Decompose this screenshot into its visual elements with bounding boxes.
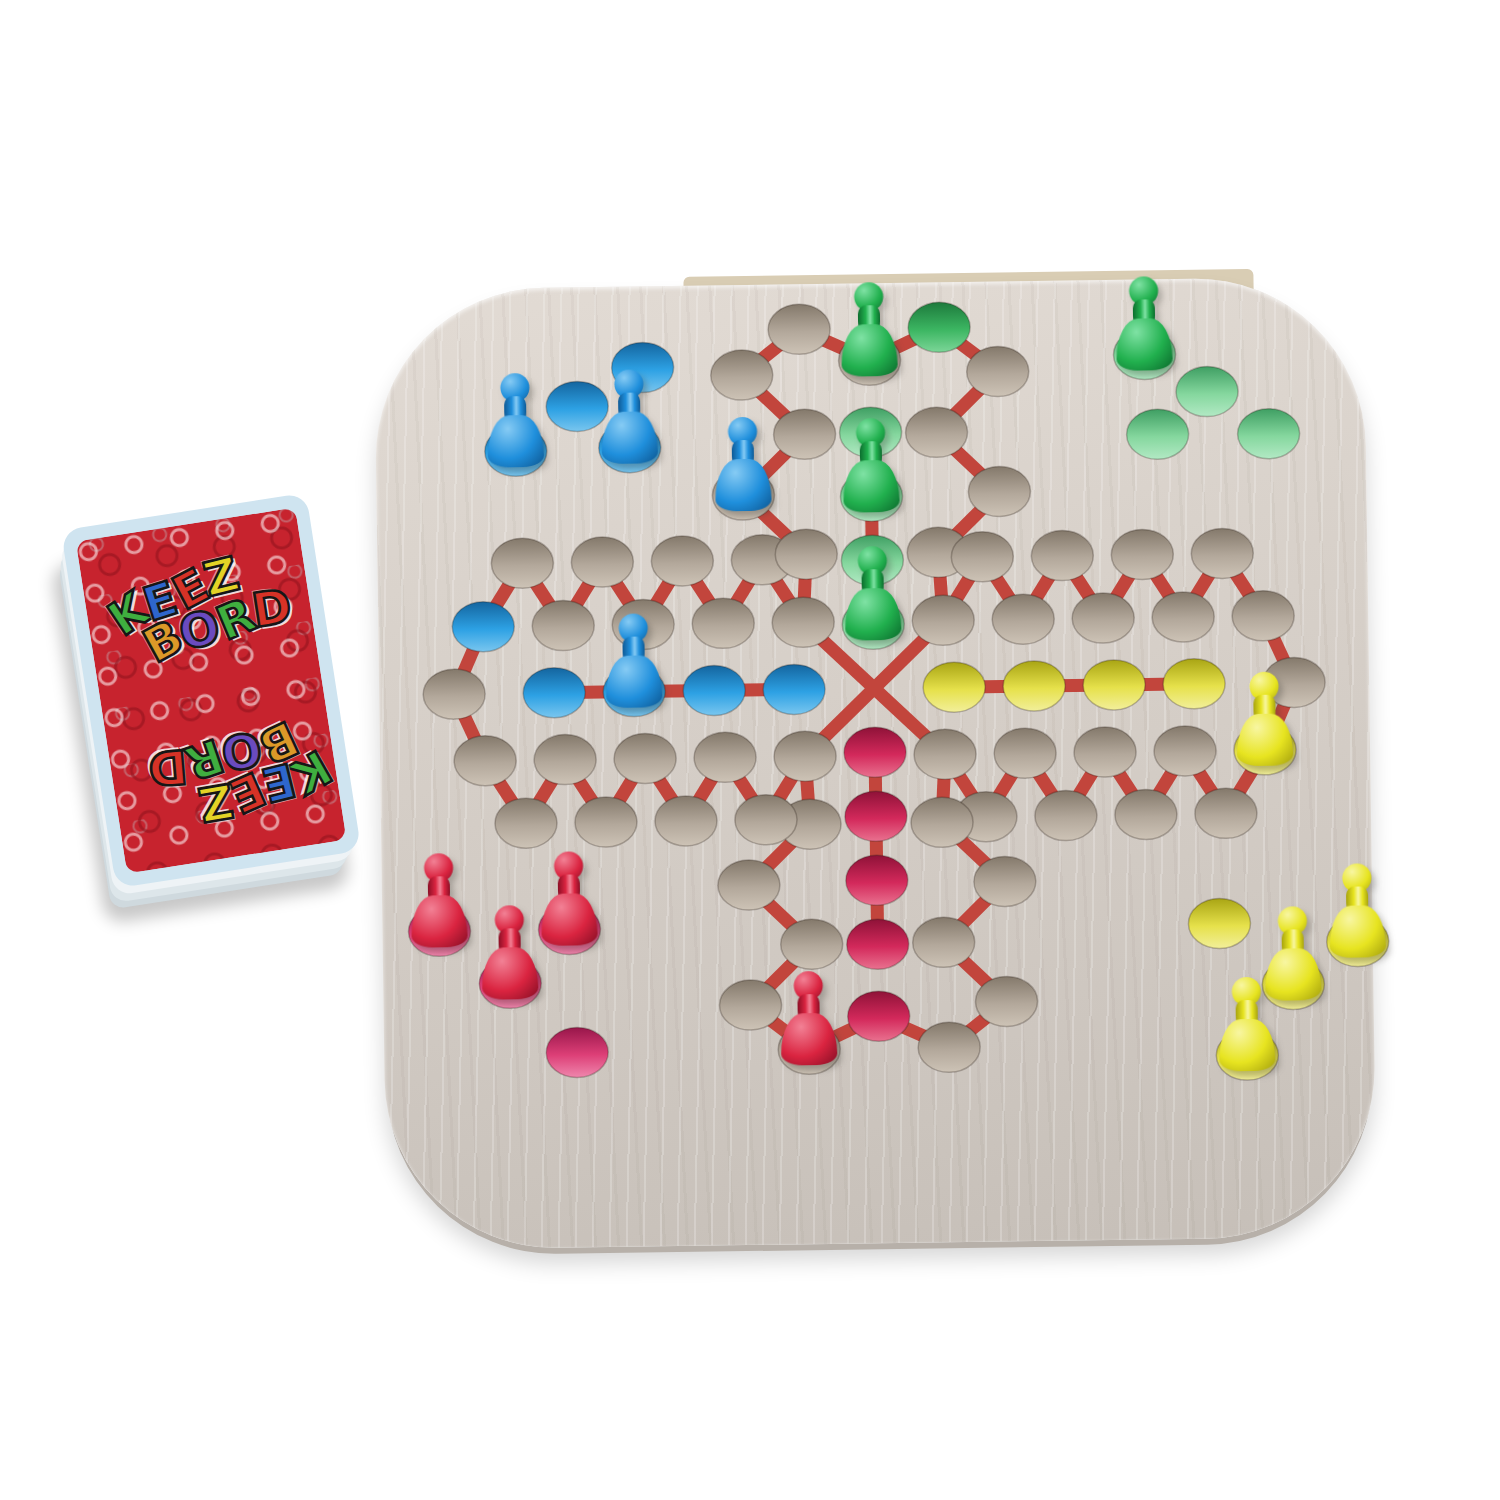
hole-ring-26[interactable] (1111, 529, 1174, 580)
pawn-body (482, 947, 539, 1000)
pawn-green-2[interactable] (839, 282, 898, 377)
hole-ring-54[interactable] (655, 795, 718, 846)
hole-ring-51[interactable] (774, 731, 837, 782)
pawn-green-3[interactable] (841, 418, 900, 513)
hole-start-blue[interactable] (452, 601, 515, 652)
hole-ring-27[interactable] (1152, 592, 1215, 643)
hole-ring-34[interactable] (1115, 789, 1178, 840)
pawn-body (606, 655, 663, 708)
pawn-body (601, 411, 658, 464)
pawn-yellow-1[interactable] (1235, 671, 1294, 766)
pawn-red-1[interactable] (409, 853, 468, 948)
hole-finish-yellow-3[interactable] (1083, 659, 1146, 710)
hole-ring-18[interactable] (905, 407, 968, 458)
hole-ring-24[interactable] (1031, 530, 1094, 581)
pawn-body (845, 588, 902, 641)
scene-layer: KEEZ BORD KEEZ BORD (0, 0, 1500, 1500)
hole-ring-28[interactable] (1191, 528, 1254, 579)
photo-scene: KEEZ BORD KEEZ BORD (0, 0, 1500, 1500)
hole-ring-39[interactable] (914, 729, 977, 780)
card-back-pattern: KEEZ BORD KEEZ BORD (76, 508, 347, 874)
pawn-body (1219, 1019, 1276, 1072)
pawn-body (541, 893, 598, 946)
pawn-body (411, 895, 468, 948)
hole-ring-21[interactable] (912, 595, 975, 646)
pawn-yellow-2[interactable] (1328, 863, 1387, 958)
pawn-green-4[interactable] (843, 546, 902, 641)
pawn-blue-3[interactable] (713, 417, 772, 512)
pawn-blue-1[interactable] (600, 369, 659, 464)
hole-ring-36[interactable] (1035, 790, 1098, 841)
hole-ring-25[interactable] (1072, 593, 1135, 644)
hole-finish-red-3[interactable] (845, 855, 908, 906)
hole-ring-32[interactable] (1195, 788, 1258, 839)
pawn-body (843, 460, 900, 513)
pawn-red-3[interactable] (480, 905, 539, 1000)
hole-ring-17[interactable] (966, 346, 1029, 397)
hole-finish-red-1[interactable] (844, 727, 907, 778)
hole-nest-green-2[interactable] (1176, 366, 1239, 417)
hole-nest-yellow-1[interactable] (1188, 898, 1251, 949)
hole-ring-37[interactable] (994, 728, 1057, 779)
deck-letter-d: D (146, 744, 188, 790)
hole-ring-12[interactable] (773, 409, 836, 460)
hole-ring-59[interactable] (454, 735, 517, 786)
hole-ring-9[interactable] (772, 597, 835, 648)
hole-nest-green-4[interactable] (1237, 408, 1300, 459)
hole-ring-55[interactable] (614, 733, 677, 784)
pawn-blue-2[interactable] (486, 373, 545, 468)
hole-finish-red-2[interactable] (845, 791, 908, 842)
pawn-blue-4[interactable] (604, 613, 663, 708)
pawn-body (781, 1013, 838, 1066)
hole-ring-43[interactable] (975, 976, 1038, 1027)
hole-ring-49[interactable] (718, 860, 781, 911)
hole-ring-0[interactable] (423, 669, 486, 720)
hole-ring-13[interactable] (710, 350, 773, 401)
hole-finish-yellow-2[interactable] (1003, 661, 1066, 712)
pawn-body (487, 415, 544, 468)
pawn-red-2[interactable] (539, 851, 598, 946)
deck-letter-d: D (249, 584, 294, 633)
hole-ring-58[interactable] (495, 798, 558, 849)
pawn-body (1329, 905, 1386, 958)
hole-ring-47[interactable] (719, 980, 782, 1031)
hole-ring-56[interactable] (575, 797, 638, 848)
hole-ring-2[interactable] (491, 538, 554, 589)
hole-ring-44[interactable] (918, 1022, 981, 1073)
hole-ring-52[interactable] (735, 794, 798, 845)
hole-ring-48[interactable] (780, 919, 843, 970)
deck-logo-bottom: KEEZ BORD (144, 704, 335, 839)
hole-ring-10[interactable] (775, 529, 838, 580)
hole-ring-40[interactable] (911, 797, 974, 848)
hole-start-green[interactable] (908, 302, 971, 353)
hole-start-red[interactable] (847, 991, 910, 1042)
pawn-body (715, 459, 772, 512)
hole-nest-green-3[interactable] (1126, 409, 1189, 460)
deck-logo-top: KEEZ BORD (104, 536, 297, 681)
hole-finish-blue-4[interactable] (763, 664, 826, 715)
hole-finish-yellow-1[interactable] (923, 662, 986, 713)
hole-ring-14[interactable] (768, 304, 831, 355)
hole-ring-33[interactable] (1154, 725, 1217, 776)
hole-finish-red-4[interactable] (846, 919, 909, 970)
hole-finish-blue-1[interactable] (523, 667, 586, 718)
hole-ring-53[interactable] (694, 732, 757, 783)
hole-ring-22[interactable] (951, 531, 1014, 582)
hole-ring-42[interactable] (912, 917, 975, 968)
pawn-body (1116, 318, 1173, 371)
hole-ring-23[interactable] (992, 594, 1055, 645)
hole-ring-29[interactable] (1232, 590, 1295, 641)
hole-ring-41[interactable] (974, 856, 1037, 907)
hole-ring-7[interactable] (692, 598, 755, 649)
hole-ring-57[interactable] (534, 734, 597, 785)
pawn-yellow-4[interactable] (1217, 977, 1276, 1072)
hole-ring-3[interactable] (532, 600, 595, 651)
hole-finish-yellow-4[interactable] (1163, 658, 1226, 709)
hole-ring-6[interactable] (651, 535, 714, 586)
hole-nest-red-4[interactable] (546, 1027, 609, 1078)
hole-ring-4[interactable] (571, 537, 634, 588)
pawn-green-1[interactable] (1114, 276, 1173, 371)
hole-ring-35[interactable] (1074, 727, 1137, 778)
pawn-body (841, 324, 898, 377)
pawn-red-4[interactable] (779, 971, 838, 1066)
pawn-body (1237, 713, 1294, 766)
hole-ring-19[interactable] (968, 466, 1031, 517)
hole-finish-blue-3[interactable] (683, 665, 746, 716)
